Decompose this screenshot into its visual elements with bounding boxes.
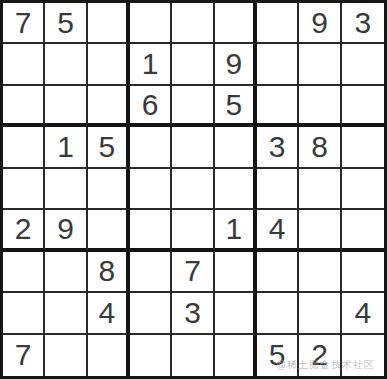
cell-r4c7[interactable]: 3 [257,127,299,168]
cell-r1c6[interactable] [215,3,257,44]
cell-r1c8[interactable]: 9 [299,3,341,44]
cell-r2c4[interactable]: 1 [130,44,172,85]
cell-r6c4[interactable] [130,210,172,251]
cell-r3c1[interactable] [3,86,45,127]
cell-r2c3[interactable] [88,44,130,85]
cell-r3c6[interactable]: 5 [215,86,257,127]
cell-r1c7[interactable] [257,3,299,44]
sudoku-board: @稀土掘金技术社区 759319651538291487434752 [0,0,387,379]
cell-r8c7[interactable] [257,293,299,334]
cell-r7c4[interactable] [130,252,172,293]
cell-r6c5[interactable] [172,210,214,251]
cell-r5c2[interactable] [45,169,87,210]
cell-r2c2[interactable] [45,44,87,85]
cell-r8c1[interactable] [3,293,45,334]
cell-r4c6[interactable] [215,127,257,168]
cell-r4c9[interactable] [342,127,384,168]
cell-r4c2[interactable]: 1 [45,127,87,168]
cell-r3c9[interactable] [342,86,384,127]
cell-r5c4[interactable] [130,169,172,210]
cell-r2c9[interactable] [342,44,384,85]
cell-r3c2[interactable] [45,86,87,127]
cell-r4c5[interactable] [172,127,214,168]
cell-r5c7[interactable] [257,169,299,210]
cell-r1c9[interactable]: 3 [342,3,384,44]
cell-r8c2[interactable] [45,293,87,334]
cell-r6c8[interactable] [299,210,341,251]
cell-r5c8[interactable] [299,169,341,210]
cell-r4c4[interactable] [130,127,172,168]
cell-r7c5[interactable]: 7 [172,252,214,293]
cell-r9c5[interactable] [172,335,214,376]
cell-r5c5[interactable] [172,169,214,210]
cell-r5c1[interactable] [3,169,45,210]
cell-r2c5[interactable] [172,44,214,85]
cell-r7c3[interactable]: 8 [88,252,130,293]
cell-r8c5[interactable]: 3 [172,293,214,334]
cell-r3c4[interactable]: 6 [130,86,172,127]
cell-r6c3[interactable] [88,210,130,251]
cell-r8c3[interactable]: 4 [88,293,130,334]
cell-r5c9[interactable] [342,169,384,210]
cell-r3c7[interactable] [257,86,299,127]
cell-r8c9[interactable]: 4 [342,293,384,334]
cell-r7c7[interactable] [257,252,299,293]
cell-r2c1[interactable] [3,44,45,85]
cell-r3c3[interactable] [88,86,130,127]
cell-r3c5[interactable] [172,86,214,127]
cell-r6c1[interactable]: 2 [3,210,45,251]
cell-r9c7[interactable]: 5 [257,335,299,376]
cell-r6c6[interactable]: 1 [215,210,257,251]
cell-r9c3[interactable] [88,335,130,376]
cell-r3c8[interactable] [299,86,341,127]
cell-r4c3[interactable]: 5 [88,127,130,168]
cell-r7c6[interactable] [215,252,257,293]
cell-r4c1[interactable] [3,127,45,168]
cell-r1c3[interactable] [88,3,130,44]
cell-r1c2[interactable]: 5 [45,3,87,44]
cell-r9c4[interactable] [130,335,172,376]
cell-r2c7[interactable] [257,44,299,85]
cell-r6c2[interactable]: 9 [45,210,87,251]
cell-r2c6[interactable]: 9 [215,44,257,85]
cell-r8c4[interactable] [130,293,172,334]
cell-r8c6[interactable] [215,293,257,334]
cell-r9c1[interactable]: 7 [3,335,45,376]
cell-r1c4[interactable] [130,3,172,44]
cell-r8c8[interactable] [299,293,341,334]
cell-r9c2[interactable] [45,335,87,376]
cell-r9c9[interactable] [342,335,384,376]
cell-r4c8[interactable]: 8 [299,127,341,168]
cell-r1c1[interactable]: 7 [3,3,45,44]
cell-r7c2[interactable] [45,252,87,293]
cell-r2c8[interactable] [299,44,341,85]
cell-r9c6[interactable] [215,335,257,376]
cell-r7c1[interactable] [3,252,45,293]
cell-r6c9[interactable] [342,210,384,251]
cell-r1c5[interactable] [172,3,214,44]
cell-r5c3[interactable] [88,169,130,210]
cell-r5c6[interactable] [215,169,257,210]
cell-r9c8[interactable]: 2 [299,335,341,376]
cell-r7c9[interactable] [342,252,384,293]
cell-r6c7[interactable]: 4 [257,210,299,251]
cell-r7c8[interactable] [299,252,341,293]
